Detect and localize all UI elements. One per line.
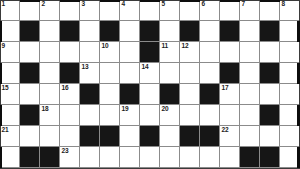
cell-r6c3[interactable]: 18 xyxy=(40,105,60,126)
cell-r7c4[interactable] xyxy=(60,126,80,147)
border-mark-top-c2 xyxy=(20,0,40,2)
cell-r5c12[interactable]: 17 xyxy=(220,84,240,105)
clue-number-8: 8 xyxy=(282,0,285,8)
cell-r5c10[interactable] xyxy=(180,84,200,105)
cell-r5c1[interactable]: 15 xyxy=(0,84,20,105)
cell-r5c14[interactable] xyxy=(260,84,280,105)
border-mark-top-c12 xyxy=(220,0,240,2)
black-cell-r7c5 xyxy=(80,126,100,147)
black-cell-r7c8 xyxy=(140,126,160,147)
cell-r7c7[interactable] xyxy=(120,126,140,147)
clue-number-15: 15 xyxy=(2,84,9,92)
black-cell-r2c8 xyxy=(140,21,160,42)
cell-r1c11[interactable]: 6 xyxy=(200,0,220,21)
clue-number-23: 23 xyxy=(62,147,69,155)
cell-r8c4[interactable]: 23 xyxy=(60,147,80,168)
cell-r4c1[interactable] xyxy=(0,63,20,84)
cell-r8c6[interactable] xyxy=(100,147,120,168)
cell-r7c12[interactable]: 22 xyxy=(220,126,240,147)
black-cell-r2c10 xyxy=(180,21,200,42)
cell-r6c1[interactable] xyxy=(0,105,20,126)
cell-r3c12[interactable] xyxy=(220,42,240,63)
clue-number-13: 13 xyxy=(82,63,89,71)
black-cell-r8c3 xyxy=(40,147,60,168)
cell-r8c10[interactable] xyxy=(180,147,200,168)
cell-r4c11[interactable] xyxy=(200,63,220,84)
clue-number-21: 21 xyxy=(2,126,9,134)
border-mark-left-r4 xyxy=(0,63,2,84)
black-cell-r5c5 xyxy=(80,84,100,105)
cell-r7c9[interactable] xyxy=(160,126,180,147)
black-cell-r5c11 xyxy=(200,84,220,105)
cell-r6c7[interactable]: 19 xyxy=(120,105,140,126)
cell-r8c9[interactable] xyxy=(160,147,180,168)
cell-r3c11[interactable] xyxy=(200,42,220,63)
black-cell-r2c12 xyxy=(220,21,240,42)
cell-r4c6[interactable] xyxy=(100,63,120,84)
border-mark-right-r8 xyxy=(297,147,300,168)
border-mark-right-r4 xyxy=(297,63,300,84)
cell-r2c7[interactable] xyxy=(120,21,140,42)
black-cell-r2c4 xyxy=(60,21,80,42)
cell-r3c6[interactable]: 10 xyxy=(100,42,120,63)
clue-number-5: 5 xyxy=(162,0,165,8)
cell-r7c2[interactable] xyxy=(20,126,40,147)
cell-r4c10[interactable] xyxy=(180,63,200,84)
cell-r2c5[interactable] xyxy=(80,21,100,42)
cell-r6c12[interactable] xyxy=(220,105,240,126)
clue-number-4: 4 xyxy=(122,0,125,8)
cell-r3c9[interactable]: 11 xyxy=(160,42,180,63)
clue-number-3: 3 xyxy=(82,0,85,8)
border-mark-top-c10 xyxy=(180,0,200,2)
cell-r7c1[interactable]: 21 xyxy=(0,126,20,147)
border-mark-top-c14 xyxy=(260,0,280,2)
cell-r3c1[interactable]: 9 xyxy=(0,42,20,63)
cell-r8c8[interactable] xyxy=(140,147,160,168)
black-cell-r4c2 xyxy=(20,63,40,84)
cell-r1c2[interactable] xyxy=(20,0,40,21)
black-cell-r5c9 xyxy=(160,84,180,105)
black-cell-r5c7 xyxy=(120,84,140,105)
cell-r7c15[interactable] xyxy=(280,126,300,147)
crossword-grid: 1234567891011121314151617181920212223 xyxy=(0,0,300,168)
cell-r2c13[interactable] xyxy=(240,21,260,42)
black-cell-r6c2 xyxy=(20,105,40,126)
cell-r5c8[interactable] xyxy=(140,84,160,105)
cell-r1c3[interactable]: 2 xyxy=(40,0,60,21)
cell-r1c1[interactable]: 1 xyxy=(0,0,20,21)
clue-number-14: 14 xyxy=(142,63,149,71)
clue-number-9: 9 xyxy=(2,42,5,50)
cell-r8c5[interactable] xyxy=(80,147,100,168)
cell-r5c6[interactable] xyxy=(100,84,120,105)
cell-r7c13[interactable] xyxy=(240,126,260,147)
cell-r1c8[interactable] xyxy=(140,0,160,21)
cell-r3c5[interactable] xyxy=(80,42,100,63)
clue-number-19: 19 xyxy=(122,105,129,113)
clue-number-20: 20 xyxy=(162,105,169,113)
cell-r3c15[interactable] xyxy=(280,42,300,63)
cell-r3c3[interactable] xyxy=(40,42,60,63)
cell-r4c13[interactable] xyxy=(240,63,260,84)
cell-r7c14[interactable] xyxy=(260,126,280,147)
clue-number-10: 10 xyxy=(102,42,109,50)
border-mark-top-c4 xyxy=(60,0,80,2)
cell-r4c3[interactable] xyxy=(40,63,60,84)
cell-r3c7[interactable] xyxy=(120,42,140,63)
cell-r1c9[interactable]: 5 xyxy=(160,0,180,21)
cell-r5c2[interactable] xyxy=(20,84,40,105)
cell-r6c6[interactable] xyxy=(100,105,120,126)
black-cell-r2c2 xyxy=(20,21,40,42)
cell-r3c14[interactable] xyxy=(260,42,280,63)
clue-number-17: 17 xyxy=(222,84,229,92)
clue-number-7: 7 xyxy=(242,0,245,8)
black-cell-r4c14 xyxy=(260,63,280,84)
cell-r5c13[interactable] xyxy=(240,84,260,105)
cell-r5c3[interactable] xyxy=(40,84,60,105)
cell-r4c7[interactable] xyxy=(120,63,140,84)
black-cell-r8c13 xyxy=(240,147,260,168)
clue-number-2: 2 xyxy=(42,0,45,8)
clue-number-16: 16 xyxy=(62,84,69,92)
border-bottom-line xyxy=(0,168,300,169)
cell-r4c5[interactable]: 13 xyxy=(80,63,100,84)
cell-r6c11[interactable] xyxy=(200,105,220,126)
black-cell-r8c14 xyxy=(260,147,280,168)
black-cell-r7c10 xyxy=(180,126,200,147)
black-cell-r2c6 xyxy=(100,21,120,42)
black-cell-r6c14 xyxy=(260,105,280,126)
cell-r8c12[interactable] xyxy=(220,147,240,168)
clue-number-11: 11 xyxy=(162,42,168,50)
cell-r1c14[interactable] xyxy=(260,0,280,21)
cell-r6c10[interactable] xyxy=(180,105,200,126)
border-mark-right-r2 xyxy=(297,21,300,42)
cell-r6c9[interactable]: 20 xyxy=(160,105,180,126)
black-cell-r8c2 xyxy=(20,147,40,168)
clue-number-22: 22 xyxy=(222,126,229,134)
cell-r5c4[interactable]: 16 xyxy=(60,84,80,105)
cell-r7c3[interactable] xyxy=(40,126,60,147)
cell-r3c13[interactable] xyxy=(240,42,260,63)
cell-r6c5[interactable] xyxy=(80,105,100,126)
cell-r1c13[interactable]: 7 xyxy=(240,0,260,21)
cell-r8c1[interactable] xyxy=(0,147,20,168)
cell-r6c4[interactable] xyxy=(60,105,80,126)
cell-r1c5[interactable]: 3 xyxy=(80,0,100,21)
border-mark-left-r2 xyxy=(0,21,2,42)
cell-r4c8[interactable]: 14 xyxy=(140,63,160,84)
border-mark-top-c8 xyxy=(140,0,160,2)
cell-r6c13[interactable] xyxy=(240,105,260,126)
cell-r3c2[interactable] xyxy=(20,42,40,63)
cell-r2c3[interactable] xyxy=(40,21,60,42)
cell-r4c9[interactable] xyxy=(160,63,180,84)
clue-number-1: 1 xyxy=(2,0,5,8)
black-cell-r4c12 xyxy=(220,63,240,84)
border-mark-right-r6 xyxy=(297,105,300,126)
clue-number-18: 18 xyxy=(42,105,49,113)
cell-r1c6[interactable] xyxy=(100,0,120,21)
border-mark-left-r6 xyxy=(0,105,2,126)
clue-number-6: 6 xyxy=(202,0,205,8)
cell-r2c1[interactable] xyxy=(0,21,20,42)
cell-r5c15[interactable] xyxy=(280,84,300,105)
black-cell-r7c6 xyxy=(100,126,120,147)
cell-r6c8[interactable] xyxy=(140,105,160,126)
cell-r1c4[interactable] xyxy=(60,0,80,21)
black-cell-r7c11 xyxy=(200,126,220,147)
cell-r3c4[interactable] xyxy=(60,42,80,63)
border-mark-top-c6 xyxy=(100,0,120,2)
cell-r3c10[interactable]: 12 xyxy=(180,42,200,63)
cell-r1c15[interactable]: 8 xyxy=(280,0,300,21)
black-cell-r2c14 xyxy=(260,21,280,42)
crossword-board: 1234567891011121314151617181920212223 xyxy=(0,0,300,169)
cell-r8c11[interactable] xyxy=(200,147,220,168)
cell-r2c9[interactable] xyxy=(160,21,180,42)
clue-number-12: 12 xyxy=(182,42,189,50)
cell-r2c11[interactable] xyxy=(200,21,220,42)
black-cell-r4c4 xyxy=(60,63,80,84)
border-mark-left-r8 xyxy=(0,147,2,168)
cell-r1c12[interactable] xyxy=(220,0,240,21)
cell-r1c10[interactable] xyxy=(180,0,200,21)
black-cell-r3c8 xyxy=(140,42,160,63)
cell-r8c7[interactable] xyxy=(120,147,140,168)
cell-r1c7[interactable]: 4 xyxy=(120,0,140,21)
